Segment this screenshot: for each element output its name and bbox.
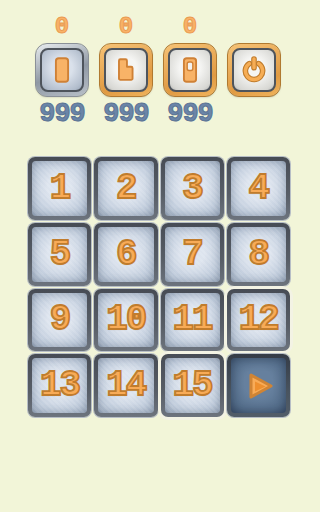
tile-11[interactable]: 11 (161, 289, 224, 352)
tile-1[interactable]: 1 (28, 157, 91, 220)
tile-2[interactable]: 2 (94, 157, 157, 220)
tile-6[interactable]: 6 (94, 223, 157, 286)
tile-number: 7 (182, 234, 202, 275)
tile-8[interactable]: 8 (227, 223, 290, 286)
counter-top-3: 0 (164, 15, 216, 39)
tile-number: 11 (173, 299, 212, 340)
tile-number: 3 (182, 168, 202, 209)
slotted-tile-button[interactable] (164, 44, 216, 96)
tile-number: 10 (106, 299, 145, 340)
tile-3[interactable]: 3 (161, 157, 224, 220)
tile-5[interactable]: 5 (28, 223, 91, 286)
counter-top-1: 0 (36, 15, 88, 39)
tile-9[interactable]: 9 (28, 289, 91, 352)
play-icon (231, 358, 286, 413)
play-button[interactable] (227, 354, 290, 417)
notched-tile-button[interactable] (100, 44, 152, 96)
tile-14[interactable]: 14 (94, 354, 157, 417)
count-bottom-1: 999 (36, 101, 88, 127)
tile-number: 12 (239, 299, 278, 340)
power-icon (232, 48, 276, 92)
tile-15[interactable]: 15 (161, 354, 224, 417)
tile-number: 15 (173, 365, 212, 406)
tile-number: 14 (106, 365, 145, 406)
tile-13[interactable]: 13 (28, 354, 91, 417)
counter-top-2: 0 (100, 15, 152, 39)
tile-number: 9 (50, 299, 70, 340)
tile-number: 2 (116, 168, 136, 209)
blank-tile-icon (40, 48, 84, 92)
power-button[interactable] (228, 44, 280, 96)
tile-number: 4 (249, 168, 269, 209)
tile-12[interactable]: 12 (227, 289, 290, 352)
tile-number: 5 (50, 234, 70, 275)
tile-number: 1 (50, 168, 70, 209)
tile-10[interactable]: 10 (94, 289, 157, 352)
count-bottom-3: 999 (164, 101, 216, 127)
slotted-tile-icon (168, 48, 212, 92)
tile-number: 13 (40, 365, 79, 406)
count-bottom-2: 999 (100, 101, 152, 127)
toolbar: 0 0 0 (36, 15, 280, 127)
blank-tile-button[interactable] (36, 44, 88, 96)
tile-number: 6 (116, 234, 136, 275)
tile-7[interactable]: 7 (161, 223, 224, 286)
puzzle-board: 123456789101112131415 (28, 157, 290, 417)
tile-4[interactable]: 4 (227, 157, 290, 220)
notched-tile-icon (104, 48, 148, 92)
tile-number: 8 (249, 234, 269, 275)
